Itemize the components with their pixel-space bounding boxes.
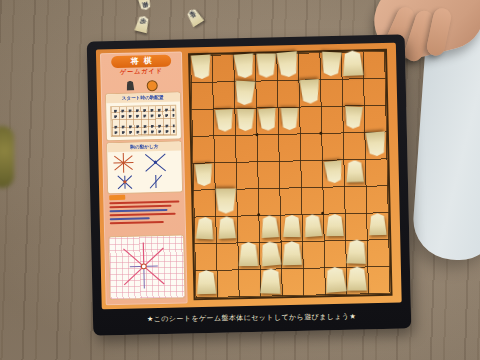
- shogi-piece-sente-r8c5[interactable]: 金将: [282, 241, 303, 265]
- frame-caption: ★このシートをゲーム盤本体にセットしてから遊びましょう★: [147, 312, 356, 325]
- shogi-piece-gote-r3c5[interactable]: 歩兵: [280, 108, 298, 130]
- board-square-r3c1[interactable]: [191, 109, 213, 136]
- disc-icon: [146, 80, 157, 91]
- shogi-piece-gote-r3c3[interactable]: 歩兵: [237, 109, 255, 131]
- shogi-piece-sente-r7c5[interactable]: 歩兵: [282, 215, 300, 237]
- board-square-r4c4[interactable]: [257, 134, 279, 161]
- shogi-piece-gote-r1c1[interactable]: 香車: [191, 54, 212, 79]
- board-square-r2c2[interactable]: [212, 81, 234, 108]
- photo-scene: 銀歩香 将棋 ゲームガイド スタート時の駒配置: [0, 0, 480, 360]
- setup-diagram-box: スタート時の駒配置: [105, 92, 182, 142]
- shogi-piece-gote-r1c3[interactable]: 銀将: [234, 53, 256, 78]
- moves-box-header: 駒の動かし方: [130, 144, 158, 149]
- board-square-r4c2[interactable]: [213, 135, 235, 162]
- movement-diagrams: [109, 152, 180, 192]
- board-square-r6c8[interactable]: [344, 186, 366, 213]
- shogi-piece-sente-r7c9[interactable]: 歩兵: [368, 213, 386, 235]
- shogi-piece-gote-r3c2[interactable]: 歩兵: [215, 109, 234, 132]
- shogi-piece-gote-r1c7[interactable]: 銀将: [320, 52, 341, 77]
- board-square-r6c7[interactable]: [322, 186, 344, 213]
- shogi-piece-gote-r1c4[interactable]: 金将: [256, 53, 276, 77]
- setup-box-header: スタート時の駒配置: [122, 95, 164, 101]
- board-square-r5c4[interactable]: [257, 161, 279, 188]
- setup-mini-board: [110, 105, 177, 137]
- shogi-piece-sente-r8c8[interactable]: 香車: [346, 240, 367, 265]
- shogi-piece-gote-r3c4[interactable]: 歩兵: [258, 108, 278, 131]
- moves-diagram-box: 駒の動かし方: [106, 141, 183, 195]
- mini-gote-pieces: [112, 107, 174, 119]
- board-square-r4c6[interactable]: [300, 133, 322, 160]
- board-square-r7c3[interactable]: [237, 215, 259, 242]
- board-sheet: 将棋 ゲームガイド スタート時の駒配置: [96, 43, 402, 310]
- board-square-r4c8[interactable]: [343, 132, 365, 159]
- board-square-r7c8[interactable]: [345, 213, 367, 240]
- board-square-r8c9[interactable]: [367, 239, 389, 266]
- board-square-r4c5[interactable]: [278, 134, 300, 161]
- board-square-r2c4[interactable]: [255, 80, 277, 107]
- guide-title: 将棋: [126, 57, 157, 66]
- piece-icon: [126, 81, 134, 91]
- shogi-piece-sente-r7c7[interactable]: 歩兵: [326, 214, 344, 236]
- board-square-r3c9[interactable]: [364, 105, 386, 132]
- board-square-r4c7[interactable]: [321, 133, 343, 160]
- board-square-r9c9[interactable]: [367, 266, 389, 293]
- board-square-r1c9[interactable]: [362, 51, 384, 78]
- shogi-piece-gote-r6c2[interactable]: 飛車: [216, 188, 237, 213]
- rules-tag: [109, 195, 125, 200]
- shogi-piece-gote-r3c8[interactable]: 歩兵: [344, 106, 363, 129]
- mini-sente-pieces: [113, 123, 175, 135]
- board-square-r9c3[interactable]: [238, 269, 260, 296]
- board-square-r8c2[interactable]: [216, 243, 238, 270]
- shogi-piece-gote-r2c3[interactable]: 桂馬: [235, 80, 256, 105]
- frame-caption-strip: ★このシートをゲーム盤本体にセットしてから遊びましょう★: [102, 306, 402, 331]
- board-square-r8c7[interactable]: [324, 240, 346, 267]
- shogi-piece-sente-r1c8[interactable]: 竜馬: [341, 51, 363, 77]
- board-square-r8c6[interactable]: [302, 241, 324, 268]
- shogi-piece-sente-r9c8[interactable]: 桂馬: [347, 267, 367, 291]
- shogi-piece-sente-r9c7[interactable]: 飛車: [324, 266, 347, 293]
- shogi-piece-sente-r8c3[interactable]: 金将: [239, 242, 259, 266]
- board-square-r5c6[interactable]: [300, 160, 322, 187]
- board-square-r6c3[interactable]: [236, 188, 258, 215]
- movement-chart-box: [108, 234, 185, 300]
- shogi-piece-sente-r9c1[interactable]: 桂馬: [196, 270, 217, 294]
- shogi-piece-gote-r2c6[interactable]: 金将: [299, 79, 320, 104]
- shogi-piece-gote-r1c5[interactable]: 玉将: [276, 52, 299, 79]
- shogi-piece-sente-r7c2[interactable]: 歩兵: [217, 217, 236, 240]
- board-square-r5c2[interactable]: [214, 162, 236, 189]
- table-object: [0, 126, 14, 188]
- board-square-r5c5[interactable]: [279, 160, 301, 187]
- board-square-r2c1[interactable]: [191, 82, 213, 109]
- captured-piece[interactable]: 銀: [136, 0, 152, 11]
- board-square-r2c5[interactable]: [277, 80, 299, 107]
- board-square-r6c1[interactable]: [193, 189, 215, 216]
- captured-piece[interactable]: 歩: [134, 15, 150, 34]
- board-square-r6c5[interactable]: [279, 187, 301, 214]
- shogi-piece-gote-r5c1[interactable]: 歩兵: [195, 163, 214, 186]
- movement-chart: [109, 236, 182, 298]
- board-square-r2c8[interactable]: [342, 78, 364, 105]
- shogi-piece-gote-r5c7[interactable]: 歩兵: [323, 160, 343, 184]
- board-square-r3c6[interactable]: [299, 106, 321, 133]
- board-grid: 香車銀将金将玉将銀将竜馬桂馬金将歩兵歩兵歩兵歩兵歩兵香車歩兵歩兵歩兵飛車歩兵歩兵…: [188, 49, 393, 300]
- shogi-piece-sente-r7c4[interactable]: 歩兵: [260, 215, 279, 238]
- shogi-piece-sente-r9c4[interactable]: 王将: [260, 268, 282, 294]
- guide-subtitle: ゲームガイド: [100, 67, 182, 75]
- board-square-r8c1[interactable]: [194, 243, 216, 270]
- board-square-r5c9[interactable]: [365, 158, 387, 185]
- board-square-r5c3[interactable]: [236, 161, 258, 188]
- guide-sidebar: 将棋 ゲームガイド スタート時の駒配置: [100, 51, 188, 305]
- board-square-r4c1[interactable]: [192, 135, 214, 162]
- board-square-r4c3[interactable]: [235, 135, 257, 162]
- shogi-piece-gote-r4c9[interactable]: 香車: [365, 131, 387, 156]
- shogi-piece-sente-r7c1[interactable]: 歩兵: [196, 217, 215, 240]
- captured-piece[interactable]: 香: [185, 7, 205, 27]
- board-square-r1c6[interactable]: [298, 52, 320, 79]
- board-square-r6c9[interactable]: [366, 185, 388, 212]
- board-square-r9c5[interactable]: [281, 268, 303, 295]
- board-square-r3c7[interactable]: [321, 106, 343, 133]
- board-square-r6c4[interactable]: [258, 188, 280, 215]
- shogi-piece-sente-r8c4[interactable]: 銀将: [259, 241, 281, 267]
- board-square-r2c9[interactable]: [363, 78, 385, 105]
- board-frame: 将棋 ゲームガイド スタート時の駒配置: [87, 34, 412, 335]
- shogi-piece-sente-r7c6[interactable]: 歩兵: [303, 214, 323, 237]
- shogi-piece-sente-r5c8[interactable]: 歩兵: [346, 160, 364, 182]
- board-square-r9c6[interactable]: [303, 268, 325, 295]
- board-square-r1c2[interactable]: [212, 54, 234, 81]
- board-square-r6c6[interactable]: [301, 187, 323, 214]
- promotion-rules-text: [109, 194, 180, 227]
- board-square-r2c7[interactable]: [320, 79, 342, 106]
- board-square-r9c2[interactable]: [216, 269, 238, 296]
